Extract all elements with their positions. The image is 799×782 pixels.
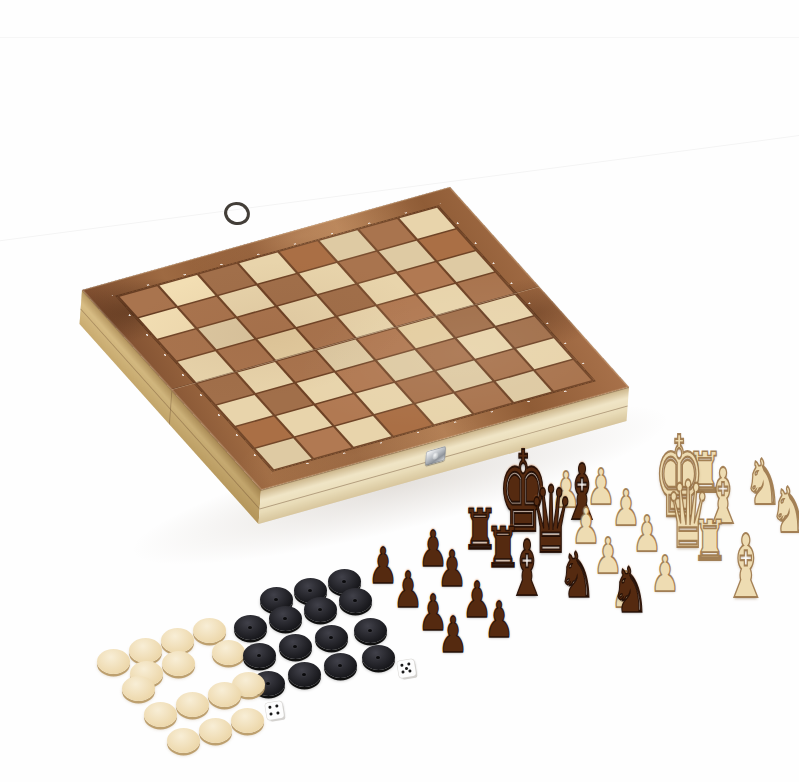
white-checker [129, 638, 162, 663]
light-bishop: ♝ [703, 458, 742, 535]
dark-pawn: ♟ [437, 544, 467, 594]
metal-clasp-icon [425, 446, 446, 466]
black-checker [362, 645, 395, 670]
dark-pawn: ♟ [484, 595, 514, 645]
light-pawn: ♟ [632, 509, 662, 559]
white-checker [162, 651, 195, 676]
black-checker [354, 618, 387, 643]
dark-bishop: ♝ [507, 530, 546, 607]
light-pawn: ♟ [571, 501, 601, 551]
light-rook: ♜ [692, 512, 728, 568]
black-checker [279, 634, 312, 659]
black-checker [315, 625, 348, 650]
hanging-ring-icon [222, 199, 253, 228]
black-checker [328, 569, 361, 594]
dark-knight: ♞ [611, 559, 649, 622]
black-checker [288, 662, 321, 687]
black-checker [252, 671, 285, 696]
white-checker [193, 618, 226, 643]
fold-seam-side [169, 391, 172, 425]
white-checker [167, 728, 200, 753]
die-5 [396, 658, 415, 677]
light-pawn: ♟ [650, 549, 680, 599]
light-rook: ♜ [687, 444, 723, 500]
black-checker [324, 653, 357, 678]
product-photo: ♜♚♛♜♝♝♞♞♟♟♟♟♟♟♟♟♚♛♜♜♝♝♞♞♟♟♟♟♟♟♟♟ [0, 0, 799, 782]
white-checker [144, 702, 177, 727]
dark-pawn: ♟ [462, 575, 492, 625]
dark-knight: ♞ [558, 544, 596, 607]
white-checker [232, 672, 265, 697]
white-checker [231, 708, 264, 733]
light-bishop: ♝ [724, 524, 769, 612]
light-pawn: ♟ [611, 483, 641, 533]
black-checker [234, 615, 267, 640]
light-knight: ♞ [770, 479, 799, 542]
light-pawn: ♟ [611, 565, 641, 615]
dark-pawn: ♟ [368, 541, 398, 591]
dark-pawn: ♟ [418, 524, 448, 574]
white-checker [212, 640, 245, 665]
white-checker [161, 628, 194, 653]
white-checker [130, 661, 163, 686]
light-knight: ♞ [744, 451, 782, 514]
black-checker [269, 606, 302, 631]
white-checker [122, 676, 155, 701]
black-checker [294, 578, 327, 603]
dark-pawn: ♟ [438, 610, 468, 660]
backdrop-seam [0, 37, 799, 38]
black-checker [339, 588, 372, 613]
white-checker [176, 692, 209, 717]
light-queen: ♛ [666, 470, 711, 563]
dark-pawn: ♟ [393, 565, 423, 615]
black-checker [243, 643, 276, 668]
black-checker [304, 597, 337, 622]
white-checker [208, 682, 241, 707]
light-pawn: ♟ [593, 531, 623, 581]
black-checker [260, 587, 293, 612]
white-checker [97, 649, 130, 674]
white-checker [199, 718, 232, 743]
dark-pawn: ♟ [418, 588, 448, 638]
dark-rook: ♜ [485, 519, 521, 575]
die-4 [264, 700, 283, 719]
